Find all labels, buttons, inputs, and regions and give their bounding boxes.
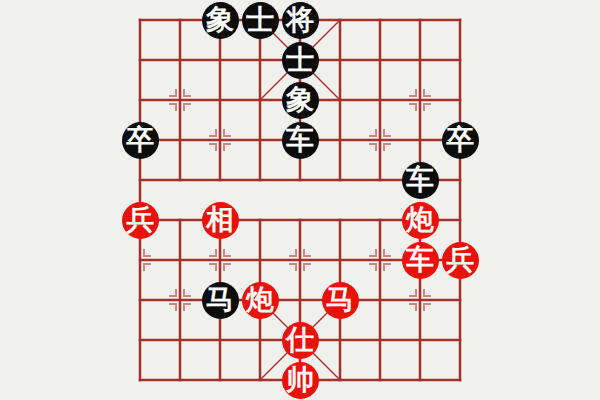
piece-red-cannon-2[interactable]: 炮 bbox=[242, 282, 279, 319]
piece-red-advisor[interactable]: 仕 bbox=[282, 322, 319, 359]
piece-black-chariot-1[interactable]: 车 bbox=[282, 122, 319, 159]
piece-red-horse[interactable]: 马 bbox=[322, 282, 359, 319]
piece-black-advisor-2[interactable]: 士 bbox=[282, 42, 319, 79]
piece-red-elephant[interactable]: 相 bbox=[202, 202, 239, 239]
piece-red-chariot[interactable]: 车 bbox=[402, 242, 439, 279]
piece-red-soldier-1[interactable]: 兵 bbox=[122, 202, 159, 239]
piece-black-soldier-1[interactable]: 卒 bbox=[122, 122, 159, 159]
pieces-grid: 象士将士象卒车卒车兵相炮车兵马炮马仕帅 bbox=[120, 0, 480, 400]
piece-black-elephant-1[interactable]: 象 bbox=[202, 2, 239, 39]
xiangqi-board: 象士将士象卒车卒车兵相炮车兵马炮马仕帅 bbox=[0, 0, 600, 400]
piece-black-general[interactable]: 将 bbox=[282, 2, 319, 39]
piece-black-soldier-2[interactable]: 卒 bbox=[442, 122, 479, 159]
piece-red-cannon-1[interactable]: 炮 bbox=[402, 202, 439, 239]
piece-black-advisor-1[interactable]: 士 bbox=[242, 2, 279, 39]
piece-black-horse[interactable]: 马 bbox=[202, 282, 239, 319]
piece-black-elephant-2[interactable]: 象 bbox=[282, 82, 319, 119]
piece-red-general[interactable]: 帅 bbox=[282, 362, 319, 399]
piece-black-chariot-2[interactable]: 车 bbox=[402, 162, 439, 199]
piece-red-soldier-2[interactable]: 兵 bbox=[442, 242, 479, 279]
